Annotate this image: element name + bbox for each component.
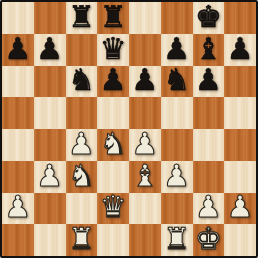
white-rook[interactable]: ♜ — [68, 224, 95, 254]
white-rook[interactable]: ♜ — [163, 224, 190, 254]
square-h1[interactable] — [224, 224, 256, 256]
square-g6[interactable]: ♟ — [193, 66, 225, 98]
square-a4[interactable] — [2, 129, 34, 161]
square-b1[interactable] — [34, 224, 66, 256]
square-f7[interactable]: ♟ — [161, 34, 193, 66]
white-king[interactable]: ♚ — [195, 224, 222, 254]
square-e2[interactable] — [129, 193, 161, 225]
white-queen[interactable]: ♛ — [100, 192, 127, 222]
square-b4[interactable] — [34, 129, 66, 161]
square-a2[interactable]: ♟ — [2, 193, 34, 225]
square-d4[interactable]: ♞ — [97, 129, 129, 161]
square-a8[interactable] — [2, 2, 34, 34]
square-c1[interactable]: ♜ — [66, 224, 98, 256]
square-e1[interactable] — [129, 224, 161, 256]
black-rook[interactable]: ♜ — [68, 2, 95, 32]
chess-board-frame: ♜♜♚♟♟♛♟♝♟♞♟♟♞♟♟♞♟♟♞♝♟♟♛♟♟♜♜♚ — [0, 0, 258, 258]
square-b5[interactable] — [34, 97, 66, 129]
square-b6[interactable] — [34, 66, 66, 98]
square-c5[interactable] — [66, 97, 98, 129]
square-h4[interactable] — [224, 129, 256, 161]
square-b2[interactable] — [34, 193, 66, 225]
white-pawn[interactable]: ♟ — [163, 161, 190, 191]
square-c3[interactable]: ♞ — [66, 161, 98, 193]
black-pawn[interactable]: ♟ — [36, 34, 63, 64]
square-f8[interactable] — [161, 2, 193, 34]
white-knight[interactable]: ♞ — [100, 129, 127, 159]
black-pawn[interactable]: ♟ — [4, 34, 31, 64]
square-a6[interactable] — [2, 66, 34, 98]
white-pawn[interactable]: ♟ — [195, 192, 222, 222]
square-g1[interactable]: ♚ — [193, 224, 225, 256]
white-pawn[interactable]: ♟ — [4, 192, 31, 222]
square-e3[interactable]: ♝ — [129, 161, 161, 193]
square-e7[interactable] — [129, 34, 161, 66]
square-c8[interactable]: ♜ — [66, 2, 98, 34]
black-bishop[interactable]: ♝ — [195, 34, 222, 64]
square-h7[interactable]: ♟ — [224, 34, 256, 66]
square-c2[interactable] — [66, 193, 98, 225]
square-h6[interactable] — [224, 66, 256, 98]
square-e4[interactable]: ♟ — [129, 129, 161, 161]
square-f2[interactable] — [161, 193, 193, 225]
square-b7[interactable]: ♟ — [34, 34, 66, 66]
black-queen[interactable]: ♛ — [100, 34, 127, 64]
square-a3[interactable] — [2, 161, 34, 193]
white-knight[interactable]: ♞ — [68, 161, 95, 191]
square-g4[interactable] — [193, 129, 225, 161]
square-d1[interactable] — [97, 224, 129, 256]
square-d2[interactable]: ♛ — [97, 193, 129, 225]
square-f5[interactable] — [161, 97, 193, 129]
black-pawn[interactable]: ♟ — [227, 34, 254, 64]
square-h2[interactable]: ♟ — [224, 193, 256, 225]
square-g7[interactable]: ♝ — [193, 34, 225, 66]
square-c7[interactable] — [66, 34, 98, 66]
square-d7[interactable]: ♛ — [97, 34, 129, 66]
square-h5[interactable] — [224, 97, 256, 129]
square-f1[interactable]: ♜ — [161, 224, 193, 256]
square-d3[interactable] — [97, 161, 129, 193]
square-a5[interactable] — [2, 97, 34, 129]
white-pawn[interactable]: ♟ — [227, 192, 254, 222]
square-h3[interactable] — [224, 161, 256, 193]
square-b3[interactable]: ♟ — [34, 161, 66, 193]
black-rook[interactable]: ♜ — [100, 2, 127, 32]
black-knight[interactable]: ♞ — [163, 65, 190, 95]
square-e6[interactable]: ♟ — [129, 66, 161, 98]
chess-board: ♜♜♚♟♟♛♟♝♟♞♟♟♞♟♟♞♟♟♞♝♟♟♛♟♟♜♜♚ — [2, 2, 256, 256]
square-c4[interactable]: ♟ — [66, 129, 98, 161]
black-pawn[interactable]: ♟ — [131, 65, 158, 95]
black-pawn[interactable]: ♟ — [163, 34, 190, 64]
square-g5[interactable] — [193, 97, 225, 129]
white-pawn[interactable]: ♟ — [36, 161, 63, 191]
square-b8[interactable] — [34, 2, 66, 34]
square-f4[interactable] — [161, 129, 193, 161]
black-knight[interactable]: ♞ — [68, 65, 95, 95]
square-e5[interactable] — [129, 97, 161, 129]
white-pawn[interactable]: ♟ — [68, 129, 95, 159]
square-d8[interactable]: ♜ — [97, 2, 129, 34]
square-d5[interactable] — [97, 97, 129, 129]
black-pawn[interactable]: ♟ — [100, 65, 127, 95]
square-c6[interactable]: ♞ — [66, 66, 98, 98]
square-f6[interactable]: ♞ — [161, 66, 193, 98]
square-h8[interactable] — [224, 2, 256, 34]
square-g3[interactable] — [193, 161, 225, 193]
square-g2[interactable]: ♟ — [193, 193, 225, 225]
square-e8[interactable] — [129, 2, 161, 34]
white-bishop[interactable]: ♝ — [131, 161, 158, 191]
black-king[interactable]: ♚ — [195, 2, 222, 32]
square-f3[interactable]: ♟ — [161, 161, 193, 193]
square-a1[interactable] — [2, 224, 34, 256]
white-pawn[interactable]: ♟ — [131, 129, 158, 159]
black-pawn[interactable]: ♟ — [195, 65, 222, 95]
square-d6[interactable]: ♟ — [97, 66, 129, 98]
square-g8[interactable]: ♚ — [193, 2, 225, 34]
square-a7[interactable]: ♟ — [2, 34, 34, 66]
